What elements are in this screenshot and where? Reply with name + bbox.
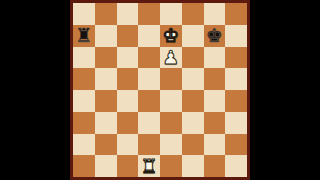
square-c2[interactable] (117, 134, 139, 156)
piece-black-king[interactable]: ♚ (206, 26, 223, 45)
square-d3[interactable] (138, 112, 160, 134)
square-b6[interactable] (95, 47, 117, 69)
square-a1[interactable] (73, 155, 95, 177)
square-c5[interactable] (117, 68, 139, 90)
square-a5[interactable] (73, 68, 95, 90)
square-f4[interactable] (182, 90, 204, 112)
square-h8[interactable] (225, 3, 247, 25)
square-c3[interactable] (117, 112, 139, 134)
square-e7[interactable]: ♚ (160, 25, 182, 47)
square-f7[interactable] (182, 25, 204, 47)
square-c1[interactable] (117, 155, 139, 177)
square-e6[interactable]: ♟ (160, 47, 182, 69)
square-a8[interactable] (73, 3, 95, 25)
square-c8[interactable] (117, 3, 139, 25)
chess-board: ♜♚♚♟♜ (70, 0, 250, 180)
square-b5[interactable] (95, 68, 117, 90)
square-d8[interactable] (138, 3, 160, 25)
square-g6[interactable] (204, 47, 226, 69)
square-b1[interactable] (95, 155, 117, 177)
square-h6[interactable] (225, 47, 247, 69)
letterbox-left (0, 0, 70, 180)
square-e5[interactable] (160, 68, 182, 90)
square-g2[interactable] (204, 134, 226, 156)
square-c6[interactable] (117, 47, 139, 69)
square-h7[interactable] (225, 25, 247, 47)
square-e1[interactable] (160, 155, 182, 177)
square-c7[interactable] (117, 25, 139, 47)
letterbox-right (250, 0, 320, 180)
piece-black-rook[interactable]: ♜ (75, 26, 92, 45)
square-g3[interactable] (204, 112, 226, 134)
square-b2[interactable] (95, 134, 117, 156)
square-d2[interactable] (138, 134, 160, 156)
square-g7[interactable]: ♚ (204, 25, 226, 47)
square-b7[interactable] (95, 25, 117, 47)
square-c4[interactable] (117, 90, 139, 112)
square-e4[interactable] (160, 90, 182, 112)
square-f3[interactable] (182, 112, 204, 134)
square-f1[interactable] (182, 155, 204, 177)
square-d5[interactable] (138, 68, 160, 90)
square-f2[interactable] (182, 134, 204, 156)
piece-white-pawn[interactable]: ♟ (162, 47, 179, 66)
square-g5[interactable] (204, 68, 226, 90)
square-d4[interactable] (138, 90, 160, 112)
screenshot-stage: ♜♚♚♟♜ (0, 0, 320, 180)
square-d1[interactable]: ♜ (138, 155, 160, 177)
square-a4[interactable] (73, 90, 95, 112)
square-a6[interactable] (73, 47, 95, 69)
square-a2[interactable] (73, 134, 95, 156)
square-f8[interactable] (182, 3, 204, 25)
square-e8[interactable] (160, 3, 182, 25)
square-h4[interactable] (225, 90, 247, 112)
square-a3[interactable] (73, 112, 95, 134)
square-f5[interactable] (182, 68, 204, 90)
piece-white-king[interactable]: ♚ (162, 26, 179, 45)
square-h1[interactable] (225, 155, 247, 177)
square-g4[interactable] (204, 90, 226, 112)
square-f6[interactable] (182, 47, 204, 69)
square-d6[interactable] (138, 47, 160, 69)
square-e2[interactable] (160, 134, 182, 156)
square-b3[interactable] (95, 112, 117, 134)
square-a7[interactable]: ♜ (73, 25, 95, 47)
square-b4[interactable] (95, 90, 117, 112)
piece-white-rook[interactable]: ♜ (141, 156, 158, 175)
square-g1[interactable] (204, 155, 226, 177)
square-g8[interactable] (204, 3, 226, 25)
square-b8[interactable] (95, 3, 117, 25)
square-e3[interactable] (160, 112, 182, 134)
square-h5[interactable] (225, 68, 247, 90)
square-h3[interactable] (225, 112, 247, 134)
square-h2[interactable] (225, 134, 247, 156)
square-d7[interactable] (138, 25, 160, 47)
